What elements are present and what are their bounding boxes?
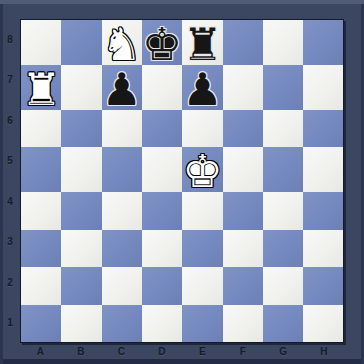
square-c2[interactable]: [102, 267, 142, 304]
square-g5[interactable]: [263, 147, 303, 192]
square-a1[interactable]: [21, 305, 61, 342]
rank-labels: 87654321: [0, 19, 20, 343]
square-g6[interactable]: [263, 110, 303, 147]
square-b2[interactable]: [61, 267, 101, 304]
square-h3[interactable]: [303, 230, 343, 267]
file-label-g: G: [263, 344, 304, 359]
square-f4[interactable]: [223, 192, 263, 229]
square-e2[interactable]: [182, 267, 222, 304]
square-b8[interactable]: [61, 20, 101, 65]
square-e1[interactable]: [182, 305, 222, 342]
file-labels: ABCDEFGH: [20, 344, 344, 359]
square-h5[interactable]: [303, 147, 343, 192]
board-frame: 87654321 ♞♚♜♜♟♟♚ ABCDEFGH: [0, 0, 364, 364]
piece-white-rook[interactable]: ♜: [21, 67, 61, 112]
square-h7[interactable]: [303, 65, 343, 110]
square-a5[interactable]: [21, 147, 61, 192]
square-g4[interactable]: [263, 192, 303, 229]
chess-board: ♞♚♜♜♟♟♚: [20, 19, 344, 343]
square-d1[interactable]: [142, 305, 182, 342]
file-label-h: H: [304, 344, 345, 359]
square-f7[interactable]: [223, 65, 263, 110]
file-label-e: E: [182, 344, 223, 359]
square-f8[interactable]: [223, 20, 263, 65]
square-f2[interactable]: [223, 267, 263, 304]
square-b1[interactable]: [61, 305, 101, 342]
square-h4[interactable]: [303, 192, 343, 229]
piece-white-knight[interactable]: ♞: [102, 22, 142, 67]
square-b4[interactable]: [61, 192, 101, 229]
piece-black-king[interactable]: ♚: [142, 22, 182, 67]
file-label-c: C: [101, 344, 142, 359]
square-c3[interactable]: [102, 230, 142, 267]
piece-black-pawn[interactable]: ♟: [102, 67, 142, 112]
square-e5[interactable]: ♚: [182, 147, 222, 192]
square-d5[interactable]: [142, 147, 182, 192]
square-h6[interactable]: [303, 110, 343, 147]
square-a7[interactable]: ♜: [21, 65, 61, 110]
square-c5[interactable]: [102, 147, 142, 192]
square-d4[interactable]: [142, 192, 182, 229]
rank-label-7: 7: [0, 60, 20, 101]
square-h8[interactable]: [303, 20, 343, 65]
rank-label-4: 4: [0, 181, 20, 222]
square-a3[interactable]: [21, 230, 61, 267]
square-h2[interactable]: [303, 267, 343, 304]
square-h1[interactable]: [303, 305, 343, 342]
square-e8[interactable]: ♜: [182, 20, 222, 65]
square-d3[interactable]: [142, 230, 182, 267]
square-b7[interactable]: [61, 65, 101, 110]
file-label-a: A: [20, 344, 61, 359]
square-f5[interactable]: [223, 147, 263, 192]
rank-label-5: 5: [0, 141, 20, 182]
file-label-f: F: [223, 344, 264, 359]
rank-label-3: 3: [0, 222, 20, 263]
square-a2[interactable]: [21, 267, 61, 304]
square-a4[interactable]: [21, 192, 61, 229]
square-e3[interactable]: [182, 230, 222, 267]
square-d8[interactable]: ♚: [142, 20, 182, 65]
square-b6[interactable]: [61, 110, 101, 147]
square-c8[interactable]: ♞: [102, 20, 142, 65]
square-b5[interactable]: [61, 147, 101, 192]
square-c7[interactable]: ♟: [102, 65, 142, 110]
rank-label-1: 1: [0, 303, 20, 344]
square-c1[interactable]: [102, 305, 142, 342]
piece-white-king[interactable]: ♚: [182, 149, 222, 194]
square-g8[interactable]: [263, 20, 303, 65]
square-e7[interactable]: ♟: [182, 65, 222, 110]
square-c4[interactable]: [102, 192, 142, 229]
square-d6[interactable]: [142, 110, 182, 147]
square-f3[interactable]: [223, 230, 263, 267]
file-label-b: B: [61, 344, 102, 359]
rank-label-6: 6: [0, 100, 20, 141]
piece-black-pawn[interactable]: ♟: [182, 67, 222, 112]
square-f1[interactable]: [223, 305, 263, 342]
square-g1[interactable]: [263, 305, 303, 342]
rank-label-8: 8: [0, 19, 20, 60]
square-b3[interactable]: [61, 230, 101, 267]
rank-label-2: 2: [0, 262, 20, 303]
square-g2[interactable]: [263, 267, 303, 304]
file-label-d: D: [142, 344, 183, 359]
square-f6[interactable]: [223, 110, 263, 147]
square-g3[interactable]: [263, 230, 303, 267]
piece-black-rook[interactable]: ♜: [182, 22, 222, 67]
square-g7[interactable]: [263, 65, 303, 110]
square-d2[interactable]: [142, 267, 182, 304]
square-a8[interactable]: [21, 20, 61, 65]
square-d7[interactable]: [142, 65, 182, 110]
